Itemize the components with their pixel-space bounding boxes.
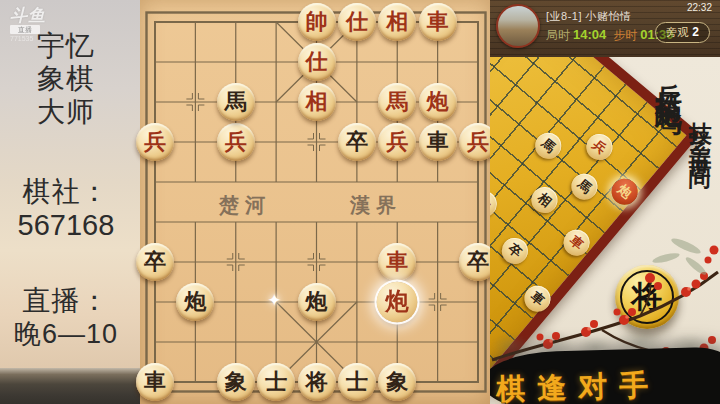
club-label: 棋社： bbox=[0, 176, 132, 208]
photo-piece-5: 車 bbox=[558, 224, 595, 261]
photo-piece-1: 馬 bbox=[530, 128, 567, 165]
calligraphy-column-2: 技艺盖世间 bbox=[685, 103, 717, 159]
photo-piece-8: 車 bbox=[519, 280, 556, 317]
board-piece-black-f1r7[interactable]: 卒 bbox=[136, 243, 174, 281]
photo-piece-10: 士 bbox=[490, 279, 492, 316]
xiangqi-board[interactable]: 楚河 漢界 帥仕相車仕相馬炮兵兵兵兵車炮馬卒車卒卒炮炮車象士将士象 ✦ bbox=[140, 0, 490, 404]
board-piece-red-f8r3[interactable]: 炮 bbox=[419, 83, 457, 121]
board-piece-red-f7r7[interactable]: 車 bbox=[378, 243, 416, 281]
streamer-title-line3: 大师 bbox=[0, 96, 132, 128]
live-time: 晚6—10 bbox=[0, 318, 132, 350]
board-piece-red-f7r4[interactable]: 兵 bbox=[378, 123, 416, 161]
right-panel: [业8-1] 小赌怡情 局时14:04步时01:30 22:32 旁观2 楚河漢… bbox=[490, 0, 720, 404]
streamer-title-line1: 宇忆 bbox=[0, 30, 132, 62]
photo-piece-4: 相 bbox=[526, 182, 563, 219]
photo-piece-6: 炮 bbox=[490, 186, 502, 223]
board-piece-red-f7r8[interactable]: 炮 bbox=[377, 282, 418, 323]
board-piece-black-f8r4[interactable]: 車 bbox=[419, 123, 457, 161]
board-piece-black-f5r8[interactable]: 炮 bbox=[298, 283, 336, 321]
board-piece-red-f6r1[interactable]: 仕 bbox=[338, 3, 376, 41]
board-piece-red-f5r1[interactable]: 帥 bbox=[298, 3, 336, 41]
douyu-logo: 斗鱼 bbox=[10, 7, 46, 24]
spectate-count: 2 bbox=[692, 25, 699, 39]
grass-photo-strip bbox=[0, 368, 140, 404]
opponent-avatar[interactable] bbox=[496, 4, 540, 48]
game-time-value: 14:04 bbox=[573, 27, 606, 42]
banner-text: 棋逢对手 bbox=[496, 365, 661, 404]
left-sidebar: 斗鱼 直播 771535 宇忆 象棋 大师 棋社： 567168 直播： 晚6—… bbox=[0, 0, 140, 404]
river-label-han: 漢界 bbox=[331, 192, 421, 219]
board-piece-black-f3r10[interactable]: 象 bbox=[217, 363, 255, 401]
opponent-nickname: 小赌怡情 bbox=[586, 10, 632, 22]
giant-general-char: 将 bbox=[632, 276, 663, 318]
club-id: 567168 bbox=[0, 209, 132, 241]
board-piece-red-f8r1[interactable]: 車 bbox=[419, 3, 457, 41]
board-piece-red-f7r1[interactable]: 相 bbox=[378, 3, 416, 41]
board-piece-black-f5r10[interactable]: 将 bbox=[298, 363, 336, 401]
giant-general-piece: 将 bbox=[615, 265, 679, 329]
board-piece-black-f6r4[interactable]: 卒 bbox=[338, 123, 376, 161]
board-piece-black-f4r10[interactable]: 士 bbox=[257, 363, 295, 401]
board-piece-red-f3r4[interactable]: 兵 bbox=[217, 123, 255, 161]
photo-piece-7: 卒 bbox=[497, 233, 534, 270]
board-piece-black-f7r10[interactable]: 象 bbox=[378, 363, 416, 401]
calligraphy-column-1: 兵挺炮鸣 bbox=[651, 61, 688, 98]
photo-piece-2: 馬 bbox=[566, 168, 603, 205]
photo-piece-3: 炮 bbox=[606, 173, 643, 210]
spectate-badge[interactable]: 旁观2 bbox=[655, 22, 710, 43]
move-time-label: 步时 bbox=[613, 28, 637, 42]
board-piece-red-f7r3[interactable]: 馬 bbox=[378, 83, 416, 121]
game-time-label: 局时 bbox=[546, 28, 570, 42]
board-piece-red-f1r4[interactable]: 兵 bbox=[136, 123, 174, 161]
system-clock: 22:32 bbox=[687, 2, 712, 13]
streamer-title-line2: 象棋 bbox=[0, 63, 132, 95]
river-label-chu: 楚河 bbox=[200, 192, 290, 219]
opponent-rank-tag: [业8-1] bbox=[546, 10, 582, 22]
stream-screenshot: 斗鱼 直播 771535 宇忆 象棋 大师 棋社： 567168 直播： 晚6—… bbox=[0, 0, 720, 404]
board-piece-red-f5r3[interactable]: 相 bbox=[298, 83, 336, 121]
photo-piece-0: 兵 bbox=[581, 129, 618, 166]
decor-panel: 楚河漢界 兵馬馬炮相車炮卒車兵士炮 兵挺炮鸣 技艺盖世间 将 bbox=[490, 57, 720, 404]
board-piece-black-f1r10[interactable]: 車 bbox=[136, 363, 174, 401]
ink-brush-banner: 棋逢对手 bbox=[490, 347, 720, 404]
opponent-name: [业8-1] 小赌怡情 bbox=[546, 9, 632, 24]
spectate-label: 旁观 bbox=[666, 26, 688, 38]
live-label: 直播： bbox=[0, 285, 132, 317]
board-piece-red-f5r2[interactable]: 仕 bbox=[298, 43, 336, 81]
board-piece-black-f3r3[interactable]: 馬 bbox=[217, 83, 255, 121]
board-piece-black-f6r10[interactable]: 士 bbox=[338, 363, 376, 401]
